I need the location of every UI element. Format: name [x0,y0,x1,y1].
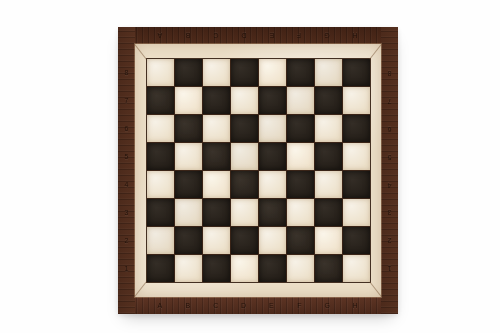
coordinate-label-e: E [258,27,286,44]
square-d5[interactable] [231,143,258,170]
miter-joint [369,44,381,60]
square-h6[interactable] [343,115,370,142]
ranks-right: 87654321 [381,59,398,282]
square-b6[interactable] [175,115,202,142]
square-d1[interactable] [231,255,258,282]
square-g2[interactable] [315,227,342,254]
coordinate-label-1: 1 [381,254,398,282]
chessboard: ABCDEFGH ABCDEFGH 87654321 87654321 [118,27,398,314]
frame-rail-right: 87654321 [381,27,398,314]
coordinate-label-a: A [146,297,174,314]
square-h3[interactable] [343,199,370,226]
coordinate-label-6: 6 [118,115,135,143]
square-e5[interactable] [259,143,286,170]
square-d6[interactable] [231,115,258,142]
square-a3[interactable] [147,199,174,226]
coordinate-label-8: 8 [118,59,135,87]
coordinate-label-d: D [230,27,258,44]
square-h8[interactable] [343,59,370,86]
photo-background: ABCDEFGH ABCDEFGH 87654321 87654321 [0,0,500,333]
square-d2[interactable] [231,227,258,254]
coordinate-label-1: 1 [118,254,135,282]
coordinate-label-2: 2 [381,226,398,254]
square-a1[interactable] [147,255,174,282]
coordinate-label-5: 5 [381,143,398,171]
coordinate-label-3: 3 [118,198,135,226]
square-a4[interactable] [147,171,174,198]
board-grid [146,58,371,283]
square-b5[interactable] [175,143,202,170]
coordinate-label-d: D [230,297,258,314]
coordinate-label-3: 3 [381,198,398,226]
square-b2[interactable] [175,227,202,254]
miter-joint [369,281,381,297]
square-b4[interactable] [175,171,202,198]
square-g4[interactable] [315,171,342,198]
square-d7[interactable] [231,87,258,114]
square-f4[interactable] [287,171,314,198]
coordinate-label-4: 4 [381,171,398,199]
square-h1[interactable] [343,255,370,282]
coordinate-label-b: B [174,297,202,314]
square-f6[interactable] [287,115,314,142]
coordinate-label-g: G [313,297,341,314]
square-e8[interactable] [259,59,286,86]
square-c2[interactable] [203,227,230,254]
square-b8[interactable] [175,59,202,86]
square-c7[interactable] [203,87,230,114]
square-g3[interactable] [315,199,342,226]
files-top: ABCDEFGH [146,27,369,44]
square-a2[interactable] [147,227,174,254]
square-g7[interactable] [315,87,342,114]
board-border-panel [135,44,381,297]
coordinate-label-5: 5 [118,143,135,171]
miter-joint [134,281,146,297]
square-c6[interactable] [203,115,230,142]
square-f3[interactable] [287,199,314,226]
square-a7[interactable] [147,87,174,114]
square-g5[interactable] [315,143,342,170]
coordinate-label-h: H [341,27,369,44]
square-f8[interactable] [287,59,314,86]
coordinate-label-8: 8 [381,59,398,87]
coordinate-label-a: A [146,27,174,44]
square-d4[interactable] [231,171,258,198]
frame-rail-top: ABCDEFGH [118,27,398,44]
coordinate-label-c: C [202,27,230,44]
files-bottom: ABCDEFGH [146,297,369,314]
square-a6[interactable] [147,115,174,142]
square-f1[interactable] [287,255,314,282]
coordinate-label-f: F [285,297,313,314]
coordinate-label-2: 2 [118,226,135,254]
square-b7[interactable] [175,87,202,114]
square-g6[interactable] [315,115,342,142]
square-c3[interactable] [203,199,230,226]
square-c8[interactable] [203,59,230,86]
coordinate-label-h: H [341,297,369,314]
square-e2[interactable] [259,227,286,254]
coordinate-label-4: 4 [118,171,135,199]
square-e4[interactable] [259,171,286,198]
coordinate-label-7: 7 [118,87,135,115]
square-g1[interactable] [315,255,342,282]
coordinate-label-g: G [313,27,341,44]
square-f7[interactable] [287,87,314,114]
square-b1[interactable] [175,255,202,282]
frame-rail-bottom: ABCDEFGH [118,297,398,314]
ranks-left: 87654321 [118,59,135,282]
square-b3[interactable] [175,199,202,226]
square-h7[interactable] [343,87,370,114]
square-h4[interactable] [343,171,370,198]
frame-rail-left: 87654321 [118,27,135,314]
square-a8[interactable] [147,59,174,86]
square-e1[interactable] [259,255,286,282]
coordinate-label-c: C [202,297,230,314]
miter-joint [134,44,146,60]
coordinate-label-b: B [174,27,202,44]
square-f5[interactable] [287,143,314,170]
coordinate-label-6: 6 [381,115,398,143]
square-c5[interactable] [203,143,230,170]
square-d3[interactable] [231,199,258,226]
square-e6[interactable] [259,115,286,142]
coordinate-label-f: F [285,27,313,44]
square-h2[interactable] [343,227,370,254]
square-a5[interactable] [147,143,174,170]
square-e7[interactable] [259,87,286,114]
square-d8[interactable] [231,59,258,86]
square-h5[interactable] [343,143,370,170]
coordinate-label-e: E [258,297,286,314]
square-c4[interactable] [203,171,230,198]
square-g8[interactable] [315,59,342,86]
coordinate-label-7: 7 [381,87,398,115]
square-e3[interactable] [259,199,286,226]
square-f2[interactable] [287,227,314,254]
square-c1[interactable] [203,255,230,282]
